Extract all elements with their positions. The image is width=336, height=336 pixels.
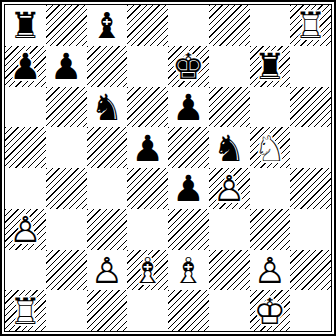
square-h6[interactable]: [290, 87, 331, 128]
white-knight-piece: ♘: [250, 127, 291, 168]
square-c8[interactable]: ♝♝: [87, 5, 128, 46]
square-e7[interactable]: ♚♚: [168, 46, 209, 87]
square-e4[interactable]: ♟♟: [168, 168, 209, 209]
square-g8[interactable]: [250, 5, 291, 46]
square-h4[interactable]: [290, 168, 331, 209]
square-g7[interactable]: ♜♜: [250, 46, 291, 87]
square-e5[interactable]: [168, 127, 209, 168]
white-pawn-piece: ♙: [250, 250, 291, 291]
square-a5[interactable]: [5, 127, 46, 168]
square-f4[interactable]: ♟♙: [209, 168, 250, 209]
square-c7[interactable]: [87, 46, 128, 87]
square-f8[interactable]: [209, 5, 250, 46]
square-f5[interactable]: ♞♞: [209, 127, 250, 168]
square-e6[interactable]: ♟♟: [168, 87, 209, 128]
square-e2[interactable]: ♝♗: [168, 250, 209, 291]
square-d2[interactable]: ♝♗: [127, 250, 168, 291]
board-inner-border: ♜♜♝♝♜♖♟♟♟♟♚♚♜♜♞♞♟♟♟♟♞♞♞♘♟♟♟♙♟♙♟♙♝♗♝♗♟♙♜♖…: [4, 4, 332, 332]
square-c4[interactable]: [87, 168, 128, 209]
square-b3[interactable]: [46, 209, 87, 250]
square-b1[interactable]: [46, 290, 87, 331]
square-f7[interactable]: [209, 46, 250, 87]
square-d8[interactable]: [127, 5, 168, 46]
square-g1[interactable]: ♚♔: [250, 290, 291, 331]
square-f3[interactable]: [209, 209, 250, 250]
square-d7[interactable]: [127, 46, 168, 87]
black-pawn-piece: ♟: [5, 46, 46, 87]
square-g4[interactable]: [250, 168, 291, 209]
black-pawn-piece: ♟: [46, 46, 87, 87]
square-h8[interactable]: ♜♖: [290, 5, 331, 46]
white-rook-piece: ♖: [290, 5, 331, 46]
square-g3[interactable]: [250, 209, 291, 250]
square-a6[interactable]: [5, 87, 46, 128]
black-rook-piece: ♜: [5, 5, 46, 46]
black-pawn-piece: ♟: [168, 87, 209, 128]
square-a3[interactable]: ♟♙: [5, 209, 46, 250]
white-king-piece: ♔: [250, 290, 291, 331]
square-e1[interactable]: [168, 290, 209, 331]
square-d5[interactable]: ♟♟: [127, 127, 168, 168]
board-frame: ♜♜♝♝♜♖♟♟♟♟♚♚♜♜♞♞♟♟♟♟♞♞♞♘♟♟♟♙♟♙♟♙♝♗♝♗♟♙♜♖…: [0, 0, 336, 336]
square-b6[interactable]: [46, 87, 87, 128]
square-f6[interactable]: [209, 87, 250, 128]
square-h5[interactable]: [290, 127, 331, 168]
square-d3[interactable]: [127, 209, 168, 250]
square-f2[interactable]: [209, 250, 250, 291]
square-h1[interactable]: [290, 290, 331, 331]
square-c3[interactable]: [87, 209, 128, 250]
square-g2[interactable]: ♟♙: [250, 250, 291, 291]
square-a8[interactable]: ♜♜: [5, 5, 46, 46]
square-b7[interactable]: ♟♟: [46, 46, 87, 87]
square-g5[interactable]: ♞♘: [250, 127, 291, 168]
white-pawn-piece: ♙: [5, 209, 46, 250]
square-d4[interactable]: [127, 168, 168, 209]
square-h2[interactable]: [290, 250, 331, 291]
square-a1[interactable]: ♜♖: [5, 290, 46, 331]
black-pawn-piece: ♟: [168, 168, 209, 209]
square-h7[interactable]: [290, 46, 331, 87]
square-b5[interactable]: [46, 127, 87, 168]
black-king-piece: ♚: [168, 46, 209, 87]
square-c5[interactable]: [87, 127, 128, 168]
square-b8[interactable]: [46, 5, 87, 46]
white-pawn-piece: ♙: [209, 168, 250, 209]
square-f1[interactable]: [209, 290, 250, 331]
black-bishop-piece: ♝: [87, 5, 128, 46]
white-pawn-piece: ♙: [87, 250, 128, 291]
square-d6[interactable]: [127, 87, 168, 128]
square-c6[interactable]: ♞♞: [87, 87, 128, 128]
square-a7[interactable]: ♟♟: [5, 46, 46, 87]
square-h3[interactable]: [290, 209, 331, 250]
white-bishop-piece: ♗: [127, 250, 168, 291]
white-rook-piece: ♖: [5, 290, 46, 331]
black-knight-piece: ♞: [209, 127, 250, 168]
square-e3[interactable]: [168, 209, 209, 250]
square-a2[interactable]: [5, 250, 46, 291]
black-rook-piece: ♜: [250, 46, 291, 87]
black-knight-piece: ♞: [87, 87, 128, 128]
square-a4[interactable]: [5, 168, 46, 209]
square-b4[interactable]: [46, 168, 87, 209]
black-pawn-piece: ♟: [127, 127, 168, 168]
square-b2[interactable]: [46, 250, 87, 291]
chess-board: ♜♜♝♝♜♖♟♟♟♟♚♚♜♜♞♞♟♟♟♟♞♞♞♘♟♟♟♙♟♙♟♙♝♗♝♗♟♙♜♖…: [5, 5, 331, 331]
square-d1[interactable]: [127, 290, 168, 331]
square-c2[interactable]: ♟♙: [87, 250, 128, 291]
square-g6[interactable]: [250, 87, 291, 128]
square-e8[interactable]: [168, 5, 209, 46]
white-bishop-piece: ♗: [168, 250, 209, 291]
square-c1[interactable]: [87, 290, 128, 331]
